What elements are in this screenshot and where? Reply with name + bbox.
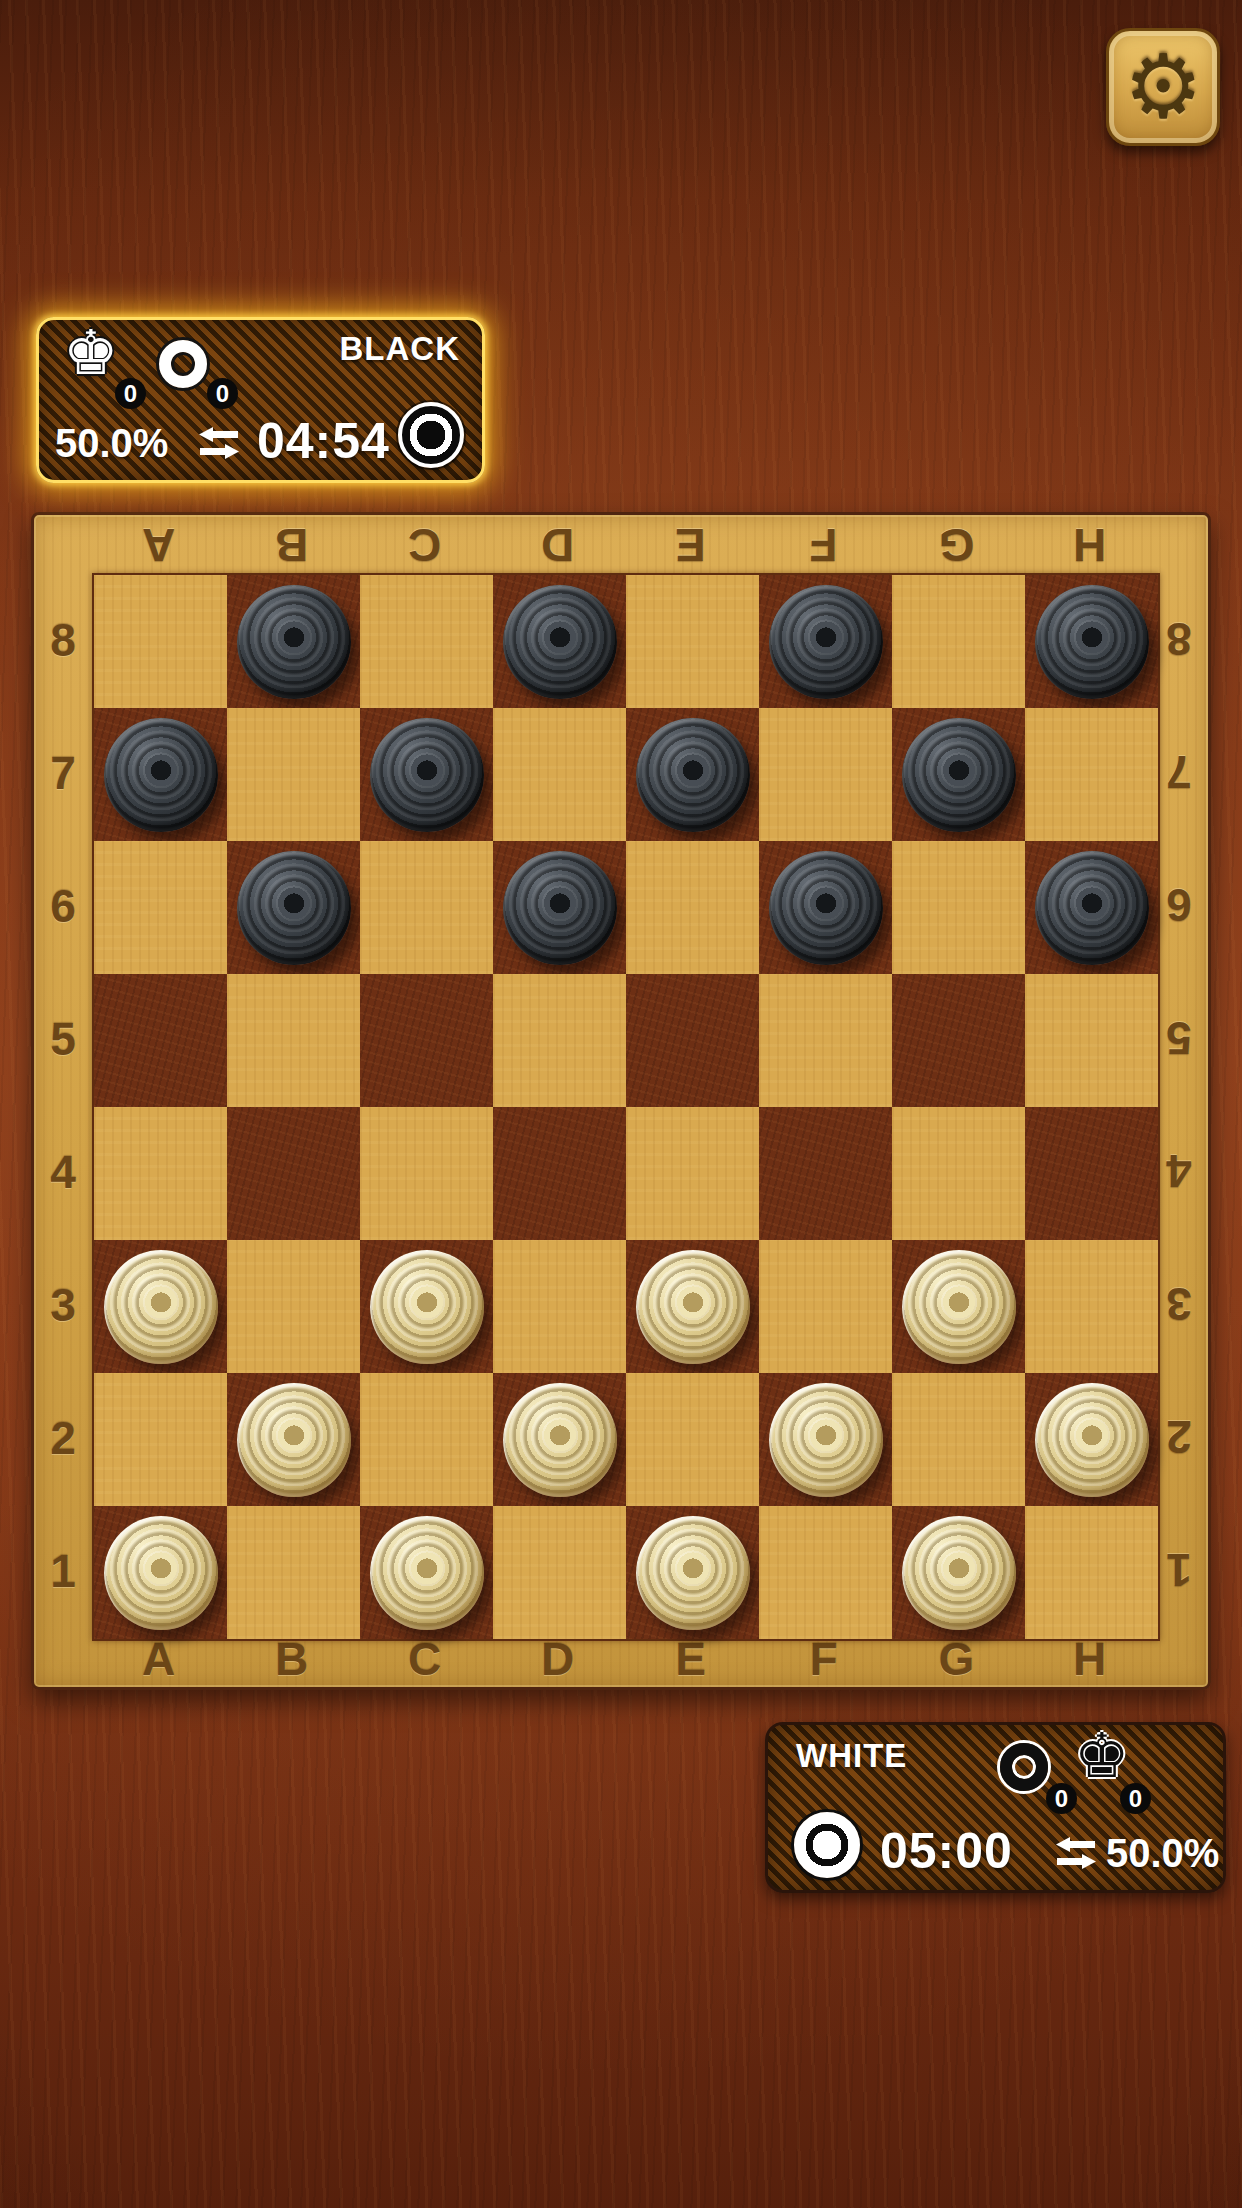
black-win-percent: 50.0%	[55, 421, 168, 466]
square-H8[interactable]	[1025, 575, 1158, 708]
square-D8[interactable]	[493, 575, 626, 708]
captured-men-count: 0	[1046, 1783, 1077, 1814]
square-A2[interactable]	[94, 1373, 227, 1506]
swap-arrows-icon	[1054, 1836, 1098, 1870]
square-H4[interactable]	[1025, 1107, 1158, 1240]
rank-label-6: 6	[1152, 839, 1206, 972]
square-E4[interactable]	[626, 1107, 759, 1240]
rank-label-2: 2	[1152, 1371, 1206, 1504]
piece-white-B2[interactable]	[237, 1383, 351, 1497]
square-G3[interactable]	[892, 1240, 1025, 1373]
square-A4[interactable]	[94, 1107, 227, 1240]
square-B4[interactable]	[227, 1107, 360, 1240]
rank-label-5: 5	[36, 972, 90, 1105]
square-G4[interactable]	[892, 1107, 1025, 1240]
square-F2[interactable]	[759, 1373, 892, 1506]
piece-black-H8[interactable]	[1035, 585, 1149, 699]
square-D5[interactable]	[493, 974, 626, 1107]
rank-label-8: 8	[1152, 573, 1206, 706]
square-B1[interactable]	[227, 1506, 360, 1639]
square-D1[interactable]	[493, 1506, 626, 1639]
file-label-F: F	[757, 519, 890, 571]
square-A3[interactable]	[94, 1240, 227, 1373]
rank-label-2: 2	[36, 1371, 90, 1504]
square-C2[interactable]	[360, 1373, 493, 1506]
captured-king-icon: ♚	[1074, 1725, 1130, 1787]
file-label-E: E	[624, 519, 757, 571]
square-B7[interactable]	[227, 708, 360, 841]
rank-label-7: 7	[1152, 706, 1206, 839]
piece-black-B8[interactable]	[237, 585, 351, 699]
square-E5[interactable]	[626, 974, 759, 1107]
piece-white-F2[interactable]	[769, 1383, 883, 1497]
square-F6[interactable]	[759, 841, 892, 974]
piece-black-D6[interactable]	[503, 851, 617, 965]
square-C7[interactable]	[360, 708, 493, 841]
square-F7[interactable]	[759, 708, 892, 841]
square-E2[interactable]	[626, 1373, 759, 1506]
square-G6[interactable]	[892, 841, 1025, 974]
black-clock: 04:54	[257, 412, 390, 470]
square-G8[interactable]	[892, 575, 1025, 708]
piece-black-F6[interactable]	[769, 851, 883, 965]
file-label-C: C	[358, 519, 491, 571]
piece-black-D8[interactable]	[503, 585, 617, 699]
square-D6[interactable]	[493, 841, 626, 974]
square-B6[interactable]	[227, 841, 360, 974]
piece-white-C1[interactable]	[370, 1516, 484, 1630]
piece-white-G1[interactable]	[902, 1516, 1016, 1630]
square-A5[interactable]	[94, 974, 227, 1107]
white-player-piece-icon	[794, 1812, 860, 1878]
square-H3[interactable]	[1025, 1240, 1158, 1373]
square-C6[interactable]	[360, 841, 493, 974]
piece-white-E1[interactable]	[636, 1516, 750, 1630]
file-label-D: D	[491, 519, 624, 571]
square-G2[interactable]	[892, 1373, 1025, 1506]
square-G1[interactable]	[892, 1506, 1025, 1639]
square-B5[interactable]	[227, 974, 360, 1107]
square-F4[interactable]	[759, 1107, 892, 1240]
square-F8[interactable]	[759, 575, 892, 708]
square-B3[interactable]	[227, 1240, 360, 1373]
piece-black-E7[interactable]	[636, 718, 750, 832]
piece-white-E3[interactable]	[636, 1250, 750, 1364]
square-E8[interactable]	[626, 575, 759, 708]
square-A7[interactable]	[94, 708, 227, 841]
file-label-A: A	[92, 519, 225, 571]
black-player-label: BLACK	[340, 330, 460, 368]
square-H6[interactable]	[1025, 841, 1158, 974]
rank-label-8: 8	[36, 573, 90, 706]
square-D7[interactable]	[493, 708, 626, 841]
square-H1[interactable]	[1025, 1506, 1158, 1639]
captured-men-count: 0	[207, 378, 238, 409]
board-grid	[92, 573, 1160, 1641]
file-label-H: H	[1023, 519, 1156, 571]
gear-icon: ⚙	[1124, 43, 1203, 131]
square-E6[interactable]	[626, 841, 759, 974]
piece-black-C7[interactable]	[370, 718, 484, 832]
square-C8[interactable]	[360, 575, 493, 708]
piece-white-H2[interactable]	[1035, 1383, 1149, 1497]
captured-king-icon: ♚	[63, 322, 119, 384]
piece-black-F8[interactable]	[769, 585, 883, 699]
rank-labels-right: 87654321	[1152, 573, 1206, 1637]
square-A8[interactable]	[94, 575, 227, 708]
piece-white-A3[interactable]	[104, 1250, 218, 1364]
rank-label-5: 5	[1152, 972, 1206, 1105]
piece-black-G7[interactable]	[902, 718, 1016, 832]
piece-black-A7[interactable]	[104, 718, 218, 832]
piece-black-B6[interactable]	[237, 851, 351, 965]
rank-label-3: 3	[1152, 1238, 1206, 1371]
square-H7[interactable]	[1025, 708, 1158, 841]
square-F1[interactable]	[759, 1506, 892, 1639]
white-win-percent: 50.0%	[1106, 1831, 1219, 1876]
square-C4[interactable]	[360, 1107, 493, 1240]
rank-label-1: 1	[36, 1504, 90, 1637]
rank-label-4: 4	[36, 1105, 90, 1238]
swap-arrows-icon	[197, 426, 241, 460]
black-player-piece-icon	[398, 402, 464, 468]
square-G5[interactable]	[892, 974, 1025, 1107]
rank-label-4: 4	[1152, 1105, 1206, 1238]
square-A6[interactable]	[94, 841, 227, 974]
black-player-panel: BLACK ♚ 0 0 50.0% 04:54	[36, 317, 485, 483]
checkers-board: ABCDEFGH ABCDEFGH 87654321 87654321	[31, 512, 1211, 1690]
rank-labels-left: 87654321	[36, 573, 90, 1637]
white-player-label: WHITE	[796, 1737, 907, 1775]
square-C5[interactable]	[360, 974, 493, 1107]
rank-label-1: 1	[1152, 1504, 1206, 1637]
captured-kings-count: 0	[115, 378, 146, 409]
square-E1[interactable]	[626, 1506, 759, 1639]
rank-label-3: 3	[36, 1238, 90, 1371]
square-A1[interactable]	[94, 1506, 227, 1639]
file-labels-top: ABCDEFGH	[92, 519, 1156, 571]
captured-kings-count: 0	[1120, 1783, 1151, 1814]
square-E7[interactable]	[626, 708, 759, 841]
square-D4[interactable]	[493, 1107, 626, 1240]
square-G7[interactable]	[892, 708, 1025, 841]
square-F5[interactable]	[759, 974, 892, 1107]
file-label-G: G	[890, 519, 1023, 571]
rank-label-6: 6	[36, 839, 90, 972]
square-D3[interactable]	[493, 1240, 626, 1373]
square-B2[interactable]	[227, 1373, 360, 1506]
piece-white-A1[interactable]	[104, 1516, 218, 1630]
piece-white-G3[interactable]	[902, 1250, 1016, 1364]
white-clock: 05:00	[880, 1822, 1013, 1880]
square-E3[interactable]	[626, 1240, 759, 1373]
file-label-B: B	[225, 519, 358, 571]
square-D2[interactable]	[493, 1373, 626, 1506]
rank-label-7: 7	[36, 706, 90, 839]
square-C3[interactable]	[360, 1240, 493, 1373]
settings-button[interactable]: ⚙	[1106, 28, 1220, 146]
white-player-panel: WHITE 0 ♚ 0 05:00 50.0%	[765, 1722, 1226, 1893]
square-C1[interactable]	[360, 1506, 493, 1639]
captured-checker-icon	[159, 340, 207, 388]
piece-white-D2[interactable]	[503, 1383, 617, 1497]
piece-black-H6[interactable]	[1035, 851, 1149, 965]
square-B8[interactable]	[227, 575, 360, 708]
square-F3[interactable]	[759, 1240, 892, 1373]
square-H5[interactable]	[1025, 974, 1158, 1107]
captured-checker-icon	[1000, 1743, 1048, 1791]
square-H2[interactable]	[1025, 1373, 1158, 1506]
piece-white-C3[interactable]	[370, 1250, 484, 1364]
